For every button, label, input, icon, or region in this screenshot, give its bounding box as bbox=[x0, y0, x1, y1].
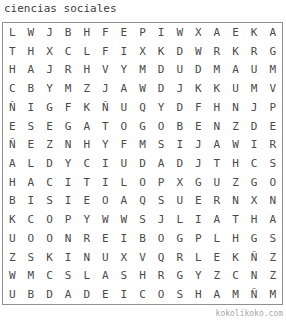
grid-cell-r15c9[interactable]: O bbox=[152, 285, 171, 304]
grid-cell-r4c11[interactable]: K bbox=[189, 79, 208, 98]
grid-cell-r12c9[interactable]: O bbox=[152, 229, 171, 248]
grid-cell-r8c9[interactable]: A bbox=[152, 154, 171, 173]
grid-cell-r2c2[interactable]: H bbox=[22, 42, 41, 61]
grid-cell-r15c5[interactable]: D bbox=[77, 285, 96, 304]
grid-cell-r12c1[interactable]: U bbox=[3, 229, 22, 248]
grid-cell-r1c11[interactable]: X bbox=[189, 23, 208, 42]
grid-cell-r6c8[interactable]: G bbox=[133, 117, 152, 136]
grid-cell-r2c8[interactable]: X bbox=[133, 42, 152, 61]
grid-cell-r2c1[interactable]: T bbox=[3, 42, 22, 61]
grid-cell-r10c15[interactable]: N bbox=[263, 192, 282, 211]
grid-cell-r1c3[interactable]: J bbox=[40, 23, 59, 42]
grid-cell-r4c8[interactable]: W bbox=[133, 79, 152, 98]
grid-cell-r1c6[interactable]: F bbox=[96, 23, 115, 42]
grid-cell-r9c2[interactable]: A bbox=[22, 173, 41, 192]
grid-cell-r10c13[interactable]: N bbox=[226, 192, 245, 211]
grid-cell-r13c15[interactable]: Z bbox=[263, 248, 282, 267]
word-search-grid[interactable]: LWJBHFEPIWXAEKATHXCLFIXKDWRKRGHAJRHVYMDU… bbox=[2, 22, 283, 305]
grid-cell-r10c2[interactable]: I bbox=[22, 192, 41, 211]
grid-cell-r13c14[interactable]: Ñ bbox=[245, 248, 264, 267]
grid-cell-r14c4[interactable]: S bbox=[59, 267, 78, 286]
grid-cell-r5c11[interactable]: F bbox=[189, 98, 208, 117]
grid-cell-r12c8[interactable]: B bbox=[133, 229, 152, 248]
grid-cell-r9c10[interactable]: X bbox=[170, 173, 189, 192]
grid-cell-r1c12[interactable]: A bbox=[208, 23, 227, 42]
grid-cell-r3c3[interactable]: J bbox=[40, 60, 59, 79]
grid-cell-r11c14[interactable]: H bbox=[245, 210, 264, 229]
grid-cell-r15c6[interactable]: E bbox=[96, 285, 115, 304]
grid-cell-r13c5[interactable]: N bbox=[77, 248, 96, 267]
grid-cell-r8c5[interactable]: C bbox=[77, 154, 96, 173]
grid-cell-r8c4[interactable]: Y bbox=[59, 154, 78, 173]
grid-cell-r12c15[interactable]: S bbox=[263, 229, 282, 248]
grid-cell-r1c15[interactable]: A bbox=[263, 23, 282, 42]
grid-cell-r6c10[interactable]: B bbox=[170, 117, 189, 136]
grid-cell-r2c9[interactable]: K bbox=[152, 42, 171, 61]
grid-cell-r11c13[interactable]: T bbox=[226, 210, 245, 229]
grid-cell-r5c13[interactable]: N bbox=[226, 98, 245, 117]
grid-cell-r10c5[interactable]: E bbox=[77, 192, 96, 211]
grid-cell-r1c9[interactable]: I bbox=[152, 23, 171, 42]
grid-cell-r10c14[interactable]: X bbox=[245, 192, 264, 211]
grid-cell-r15c12[interactable]: A bbox=[208, 285, 227, 304]
grid-cell-r1c5[interactable]: H bbox=[77, 23, 96, 42]
grid-cell-r15c7[interactable]: I bbox=[115, 285, 134, 304]
grid-cell-r12c10[interactable]: G bbox=[170, 229, 189, 248]
grid-cell-r3c6[interactable]: V bbox=[96, 60, 115, 79]
grid-cell-r4c10[interactable]: J bbox=[170, 79, 189, 98]
grid-cell-r10c1[interactable]: B bbox=[3, 192, 22, 211]
grid-cell-r1c2[interactable]: W bbox=[22, 23, 41, 42]
word-search-page: ciencias sociales LWJBHFEPIWXAEKATHXCLFI… bbox=[0, 0, 286, 320]
grid-cell-r3c11[interactable]: D bbox=[189, 60, 208, 79]
grid-cell-r1c7[interactable]: E bbox=[115, 23, 134, 42]
grid-cell-r11c7[interactable]: W bbox=[115, 210, 134, 229]
grid-cell-r7c6[interactable]: Y bbox=[96, 135, 115, 154]
grid-cell-r10c7[interactable]: A bbox=[115, 192, 134, 211]
grid-cell-r13c12[interactable]: E bbox=[208, 248, 227, 267]
grid-cell-r13c10[interactable]: R bbox=[170, 248, 189, 267]
grid-cell-r4c9[interactable]: D bbox=[152, 79, 171, 98]
grid-cell-r12c12[interactable]: L bbox=[208, 229, 227, 248]
grid-cell-r7c10[interactable]: I bbox=[170, 135, 189, 154]
grid-cell-r5c1[interactable]: Ñ bbox=[3, 98, 22, 117]
grid-cell-r15c4[interactable]: A bbox=[59, 285, 78, 304]
grid-cell-r8c14[interactable]: C bbox=[245, 154, 264, 173]
grid-cell-r10c4[interactable]: I bbox=[59, 192, 78, 211]
grid-cell-r7c7[interactable]: F bbox=[115, 135, 134, 154]
grid-cell-r11c5[interactable]: Y bbox=[77, 210, 96, 229]
grid-cell-r2c12[interactable]: R bbox=[208, 42, 227, 61]
grid-cell-r3c8[interactable]: M bbox=[133, 60, 152, 79]
grid-cell-r13c8[interactable]: V bbox=[133, 248, 152, 267]
grid-cell-r15c14[interactable]: Ñ bbox=[245, 285, 264, 304]
grid-cell-r1c8[interactable]: P bbox=[133, 23, 152, 42]
grid-cell-r13c7[interactable]: X bbox=[115, 248, 134, 267]
grid-cell-r14c11[interactable]: Y bbox=[189, 267, 208, 286]
grid-cell-r1c4[interactable]: B bbox=[59, 23, 78, 42]
grid-cell-r8c13[interactable]: H bbox=[226, 154, 245, 173]
grid-cell-r2c10[interactable]: D bbox=[170, 42, 189, 61]
grid-cell-r15c8[interactable]: C bbox=[133, 285, 152, 304]
grid-cell-r10c9[interactable]: S bbox=[152, 192, 171, 211]
grid-cell-r9c8[interactable]: O bbox=[133, 173, 152, 192]
grid-cell-r14c5[interactable]: L bbox=[77, 267, 96, 286]
grid-cell-r4c3[interactable]: Y bbox=[40, 79, 59, 98]
grid-cell-r14c10[interactable]: G bbox=[170, 267, 189, 286]
grid-cell-r10c6[interactable]: O bbox=[96, 192, 115, 211]
grid-cell-r2c11[interactable]: W bbox=[189, 42, 208, 61]
grid-cell-r5c5[interactable]: K bbox=[77, 98, 96, 117]
grid-cell-r7c13[interactable]: W bbox=[226, 135, 245, 154]
grid-cell-r4c1[interactable]: C bbox=[3, 79, 22, 98]
grid-cell-r8c12[interactable]: T bbox=[208, 154, 227, 173]
grid-cell-r5c3[interactable]: G bbox=[40, 98, 59, 117]
grid-cell-r15c3[interactable]: D bbox=[40, 285, 59, 304]
grid-cell-r7c8[interactable]: M bbox=[133, 135, 152, 154]
grid-cell-r15c13[interactable]: M bbox=[226, 285, 245, 304]
grid-cell-r11c2[interactable]: C bbox=[22, 210, 41, 229]
grid-cell-r8c11[interactable]: J bbox=[189, 154, 208, 173]
grid-cell-r2c15[interactable]: G bbox=[263, 42, 282, 61]
grid-cell-r5c9[interactable]: Y bbox=[152, 98, 171, 117]
grid-cell-r11c6[interactable]: W bbox=[96, 210, 115, 229]
grid-cell-r5c12[interactable]: H bbox=[208, 98, 227, 117]
grid-cell-r11c8[interactable]: S bbox=[133, 210, 152, 229]
grid-cell-r12c4[interactable]: N bbox=[59, 229, 78, 248]
grid-cell-r15c15[interactable]: M bbox=[263, 285, 282, 304]
grid-cell-r8c7[interactable]: U bbox=[115, 154, 134, 173]
grid-cell-r2c14[interactable]: R bbox=[245, 42, 264, 61]
grid-cell-r4c14[interactable]: M bbox=[245, 79, 264, 98]
grid-cell-r8c10[interactable]: D bbox=[170, 154, 189, 173]
grid-cell-r6c4[interactable]: G bbox=[59, 117, 78, 136]
grid-cell-r1c14[interactable]: K bbox=[245, 23, 264, 42]
grid-cell-r8c15[interactable]: S bbox=[263, 154, 282, 173]
grid-cell-r2c6[interactable]: F bbox=[96, 42, 115, 61]
grid-cell-r12c3[interactable]: O bbox=[40, 229, 59, 248]
grid-cell-r14c12[interactable]: Z bbox=[208, 267, 227, 286]
grid-cell-r14c6[interactable]: A bbox=[96, 267, 115, 286]
grid-cell-r11c11[interactable]: I bbox=[189, 210, 208, 229]
grid-cell-r14c8[interactable]: H bbox=[133, 267, 152, 286]
grid-cell-r14c14[interactable]: N bbox=[245, 267, 264, 286]
grid-cell-r9c12[interactable]: U bbox=[208, 173, 227, 192]
grid-cell-r7c1[interactable]: Ñ bbox=[3, 135, 22, 154]
grid-cell-r5c14[interactable]: J bbox=[245, 98, 264, 117]
grid-cell-r5c10[interactable]: D bbox=[170, 98, 189, 117]
grid-cell-r9c13[interactable]: Z bbox=[226, 173, 245, 192]
grid-cell-r10c12[interactable]: R bbox=[208, 192, 227, 211]
grid-cell-r15c11[interactable]: H bbox=[189, 285, 208, 304]
grid-cell-r7c5[interactable]: H bbox=[77, 135, 96, 154]
grid-cell-r9c6[interactable]: I bbox=[96, 173, 115, 192]
grid-cell-r14c7[interactable]: S bbox=[115, 267, 134, 286]
grid-cell-r14c1[interactable]: W bbox=[3, 267, 22, 286]
grid-cell-r6c9[interactable]: O bbox=[152, 117, 171, 136]
grid-cell-r10c10[interactable]: U bbox=[170, 192, 189, 211]
grid-cell-r7c11[interactable]: J bbox=[189, 135, 208, 154]
grid-cell-r6c3[interactable]: E bbox=[40, 117, 59, 136]
grid-cell-r3c10[interactable]: U bbox=[170, 60, 189, 79]
grid-cell-r4c7[interactable]: A bbox=[115, 79, 134, 98]
grid-cell-r7c15[interactable]: R bbox=[263, 135, 282, 154]
grid-cell-r10c8[interactable]: Q bbox=[133, 192, 152, 211]
grid-cell-r6c5[interactable]: A bbox=[77, 117, 96, 136]
grid-cell-r2c3[interactable]: X bbox=[40, 42, 59, 61]
grid-cell-r5c2[interactable]: I bbox=[22, 98, 41, 117]
grid-cell-r11c12[interactable]: A bbox=[208, 210, 227, 229]
grid-cell-r6c13[interactable]: Z bbox=[226, 117, 245, 136]
grid-cell-r11c3[interactable]: O bbox=[40, 210, 59, 229]
grid-cell-r5c6[interactable]: Ñ bbox=[96, 98, 115, 117]
grid-cell-r6c12[interactable]: N bbox=[208, 117, 227, 136]
grid-cell-r4c5[interactable]: Z bbox=[77, 79, 96, 98]
grid-cell-r4c12[interactable]: K bbox=[208, 79, 227, 98]
grid-cell-r9c15[interactable]: O bbox=[263, 173, 282, 192]
grid-cell-r2c7[interactable]: I bbox=[115, 42, 134, 61]
grid-cell-r1c10[interactable]: W bbox=[170, 23, 189, 42]
grid-cell-r3c13[interactable]: A bbox=[226, 60, 245, 79]
grid-cell-r1c1[interactable]: L bbox=[3, 23, 22, 42]
grid-cell-r12c14[interactable]: G bbox=[245, 229, 264, 248]
grid-cell-r8c1[interactable]: A bbox=[3, 154, 22, 173]
grid-cell-r12c2[interactable]: O bbox=[22, 229, 41, 248]
grid-cell-r13c6[interactable]: U bbox=[96, 248, 115, 267]
grid-cell-r3c1[interactable]: H bbox=[3, 60, 22, 79]
grid-cell-r5c7[interactable]: U bbox=[115, 98, 134, 117]
grid-cell-r5c4[interactable]: F bbox=[59, 98, 78, 117]
grid-cell-r5c8[interactable]: Q bbox=[133, 98, 152, 117]
grid-cell-r8c3[interactable]: D bbox=[40, 154, 59, 173]
grid-cell-r3c7[interactable]: Y bbox=[115, 60, 134, 79]
grid-cell-r2c4[interactable]: C bbox=[59, 42, 78, 61]
grid-cell-r13c3[interactable]: K bbox=[40, 248, 59, 267]
grid-cell-r6c11[interactable]: E bbox=[189, 117, 208, 136]
grid-cell-r8c8[interactable]: D bbox=[133, 154, 152, 173]
grid-cell-r9c4[interactable]: I bbox=[59, 173, 78, 192]
grid-cell-r4c2[interactable]: B bbox=[22, 79, 41, 98]
grid-cell-r6c1[interactable]: E bbox=[3, 117, 22, 136]
grid-cell-r7c9[interactable]: S bbox=[152, 135, 171, 154]
grid-cell-r14c2[interactable]: M bbox=[22, 267, 41, 286]
grid-cell-r11c1[interactable]: K bbox=[3, 210, 22, 229]
grid-cell-r4c4[interactable]: M bbox=[59, 79, 78, 98]
grid-cell-r3c14[interactable]: U bbox=[245, 60, 264, 79]
grid-cell-r3c5[interactable]: H bbox=[77, 60, 96, 79]
grid-cell-r15c2[interactable]: B bbox=[22, 285, 41, 304]
grid-cell-r13c9[interactable]: Q bbox=[152, 248, 171, 267]
grid-cell-r11c10[interactable]: L bbox=[170, 210, 189, 229]
grid-cell-r12c11[interactable]: P bbox=[189, 229, 208, 248]
grid-cell-r6c2[interactable]: S bbox=[22, 117, 41, 136]
grid-cell-r3c12[interactable]: M bbox=[208, 60, 227, 79]
grid-cell-r2c5[interactable]: L bbox=[77, 42, 96, 61]
grid-cell-r13c11[interactable]: L bbox=[189, 248, 208, 267]
grid-cell-r14c3[interactable]: C bbox=[40, 267, 59, 286]
grid-cell-r2c13[interactable]: K bbox=[226, 42, 245, 61]
grid-cell-r7c14[interactable]: I bbox=[245, 135, 264, 154]
grid-cell-r9c11[interactable]: G bbox=[189, 173, 208, 192]
grid-cell-r6c14[interactable]: D bbox=[245, 117, 264, 136]
grid-cell-r9c1[interactable]: H bbox=[3, 173, 22, 192]
grid-cell-r9c5[interactable]: T bbox=[77, 173, 96, 192]
grid-cell-r3c15[interactable]: M bbox=[263, 60, 282, 79]
grid-cell-r8c6[interactable]: I bbox=[96, 154, 115, 173]
grid-cell-r12c7[interactable]: I bbox=[115, 229, 134, 248]
grid-cell-r3c9[interactable]: D bbox=[152, 60, 171, 79]
grid-cell-r3c2[interactable]: A bbox=[22, 60, 41, 79]
grid-cell-r3c4[interactable]: R bbox=[59, 60, 78, 79]
grid-cell-r7c3[interactable]: Z bbox=[40, 135, 59, 154]
grid-cell-r1c13[interactable]: E bbox=[226, 23, 245, 42]
grid-cell-r11c9[interactable]: J bbox=[152, 210, 171, 229]
grid-cell-r13c4[interactable]: I bbox=[59, 248, 78, 267]
grid-cell-r7c4[interactable]: N bbox=[59, 135, 78, 154]
grid-cell-r9c7[interactable]: L bbox=[115, 173, 134, 192]
watermark-text: kokolikoko.com bbox=[216, 309, 283, 318]
grid-cell-r10c11[interactable]: E bbox=[189, 192, 208, 211]
grid-cell-r7c12[interactable]: A bbox=[208, 135, 227, 154]
grid-cell-r15c10[interactable]: S bbox=[170, 285, 189, 304]
grid-cell-r8c2[interactable]: L bbox=[22, 154, 41, 173]
grid-cell-r10c3[interactable]: S bbox=[40, 192, 59, 211]
grid-cell-r9c9[interactable]: P bbox=[152, 173, 171, 192]
grid-cell-r6c15[interactable]: E bbox=[263, 117, 282, 136]
grid-cell-r6c6[interactable]: T bbox=[96, 117, 115, 136]
grid-cell-r12c5[interactable]: R bbox=[77, 229, 96, 248]
grid-cell-r12c6[interactable]: E bbox=[96, 229, 115, 248]
grid-cell-r15c1[interactable]: U bbox=[3, 285, 22, 304]
grid-cell-r14c15[interactable]: Z bbox=[263, 267, 282, 286]
grid-cell-r4c6[interactable]: J bbox=[96, 79, 115, 98]
grid-cell-r11c4[interactable]: P bbox=[59, 210, 78, 229]
grid-cell-r4c15[interactable]: V bbox=[263, 79, 282, 98]
puzzle-title: ciencias sociales bbox=[4, 3, 117, 15]
grid-cell-r12c13[interactable]: H bbox=[226, 229, 245, 248]
grid-cell-r13c13[interactable]: K bbox=[226, 248, 245, 267]
grid-cell-r9c3[interactable]: C bbox=[40, 173, 59, 192]
grid-cell-r4c13[interactable]: U bbox=[226, 79, 245, 98]
grid-cell-r14c9[interactable]: R bbox=[152, 267, 171, 286]
grid-cell-r13c2[interactable]: S bbox=[22, 248, 41, 267]
grid-cell-r14c13[interactable]: C bbox=[226, 267, 245, 286]
grid-cell-r11c15[interactable]: A bbox=[263, 210, 282, 229]
grid-cell-r7c2[interactable]: E bbox=[22, 135, 41, 154]
grid-cell-r9c14[interactable]: G bbox=[245, 173, 264, 192]
grid-cell-r6c7[interactable]: O bbox=[115, 117, 134, 136]
grid-cell-r13c1[interactable]: Z bbox=[3, 248, 22, 267]
grid-cell-r5c15[interactable]: P bbox=[263, 98, 282, 117]
